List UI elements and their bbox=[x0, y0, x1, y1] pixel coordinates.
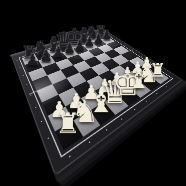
piece-white-rook-h1: ♜ bbox=[149, 61, 166, 80]
piece-black-pawn-a7: ♟ bbox=[26, 53, 40, 69]
chess-set-photo: ♜♞♝♛♚♝♞♜♟♟♟♟♟♟♟♟♟♟♟♟♟♟♟♟♜♞♝♛♚♝♞♜ bbox=[0, 0, 186, 186]
piece-black-pawn-h7: ♟ bbox=[102, 30, 113, 42]
pieces-layer: ♜♞♝♛♚♝♞♜♟♟♟♟♟♟♟♟♟♟♟♟♟♟♟♟♜♞♝♛♚♝♞♜ bbox=[0, 0, 186, 186]
piece-black-pawn-b7: ♟ bbox=[39, 49, 52, 64]
